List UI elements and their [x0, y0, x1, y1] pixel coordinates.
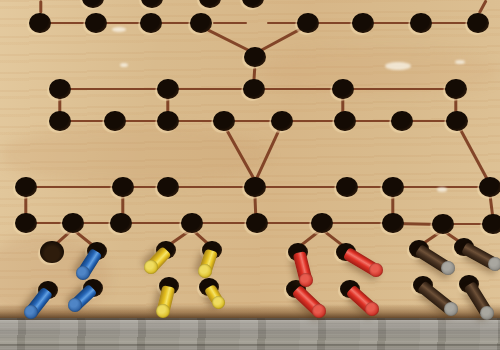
board-hole[interactable] — [332, 79, 354, 100]
board-hole[interactable] — [445, 79, 467, 100]
board-hole[interactable] — [112, 177, 134, 198]
yellow-peg-tip — [156, 304, 170, 318]
red-peg-tip — [312, 304, 326, 318]
board-hole[interactable] — [243, 79, 265, 100]
board-hole[interactable] — [410, 13, 432, 34]
blue-peg-tip — [24, 305, 38, 319]
yellow-peg-tip — [144, 260, 158, 274]
game-board-photo — [0, 0, 500, 350]
board-hole[interactable] — [141, 0, 163, 8]
board-hole[interactable] — [446, 111, 468, 132]
wood-scuff-mark — [455, 60, 465, 64]
red-peg-tip — [365, 302, 379, 316]
board-hole[interactable] — [157, 79, 179, 100]
board-hole[interactable] — [157, 111, 179, 132]
board-hole[interactable] — [352, 13, 374, 34]
track-line — [255, 186, 347, 189]
table-plank-groove — [0, 344, 500, 346]
board-hole[interactable] — [479, 177, 500, 198]
blue-peg-tip — [76, 266, 90, 280]
track-line — [213, 22, 247, 25]
board-hole[interactable] — [246, 213, 268, 234]
track-line — [267, 22, 300, 25]
track-line — [459, 127, 489, 180]
board-hole[interactable] — [271, 111, 293, 132]
track-line — [40, 0, 43, 13]
board-hole[interactable] — [382, 177, 404, 198]
board-hole[interactable] — [140, 13, 162, 34]
board-hole[interactable] — [29, 13, 51, 34]
board-hole[interactable] — [199, 0, 221, 8]
board-hole[interactable] — [391, 111, 413, 132]
yellow-peg-tip — [198, 264, 212, 278]
board-hole[interactable] — [157, 177, 179, 198]
board-hole[interactable] — [181, 213, 203, 234]
board-hole[interactable] — [213, 111, 235, 132]
blue-peg-tip — [68, 298, 82, 312]
board-hole[interactable] — [382, 213, 404, 234]
board-hole[interactable] — [242, 0, 264, 8]
track-line — [478, 0, 487, 14]
red-peg-tip — [369, 263, 383, 277]
board-hole[interactable] — [482, 214, 500, 235]
board-hole[interactable] — [110, 213, 132, 234]
brown-peg-tip — [441, 261, 455, 275]
board-hole[interactable] — [190, 13, 212, 34]
yellow-peg-tip — [212, 296, 225, 309]
brown-peg-tip — [444, 302, 458, 316]
red-peg-tip — [299, 273, 313, 287]
board-hole[interactable] — [297, 13, 319, 34]
board-hole[interactable] — [62, 213, 84, 234]
board-hole[interactable] — [85, 13, 107, 34]
malefiz-board — [0, 0, 500, 350]
board-hole[interactable] — [467, 13, 489, 34]
board-hole[interactable] — [82, 0, 104, 8]
board-hole[interactable] — [15, 177, 37, 198]
board-hole[interactable] — [104, 111, 126, 132]
wood-scuff-mark — [112, 27, 126, 32]
board-hole[interactable] — [334, 111, 356, 132]
board-hole[interactable] — [49, 111, 71, 132]
board-hole[interactable] — [432, 214, 454, 235]
track-line — [255, 127, 281, 180]
track-line — [168, 88, 254, 91]
track-line — [225, 127, 256, 180]
board-hole[interactable] — [15, 213, 37, 234]
wood-scuff-mark — [120, 63, 128, 67]
brown-peg-tip — [480, 306, 494, 320]
board-hole[interactable] — [336, 177, 358, 198]
wood-scuff-mark — [385, 62, 411, 70]
board-hole[interactable] — [244, 177, 266, 198]
track-line — [60, 88, 168, 91]
gray-table-wood — [0, 318, 500, 350]
track-line — [343, 88, 456, 91]
board-hole[interactable] — [49, 79, 71, 100]
track-line — [254, 88, 343, 91]
empty-home-hole[interactable] — [40, 241, 64, 264]
board-hole[interactable] — [244, 47, 266, 68]
track-line — [168, 186, 255, 189]
brown-peg-tip — [488, 257, 500, 271]
wood-scuff-mark — [437, 187, 447, 192]
track-line — [26, 186, 123, 189]
board-hole[interactable] — [311, 213, 333, 234]
